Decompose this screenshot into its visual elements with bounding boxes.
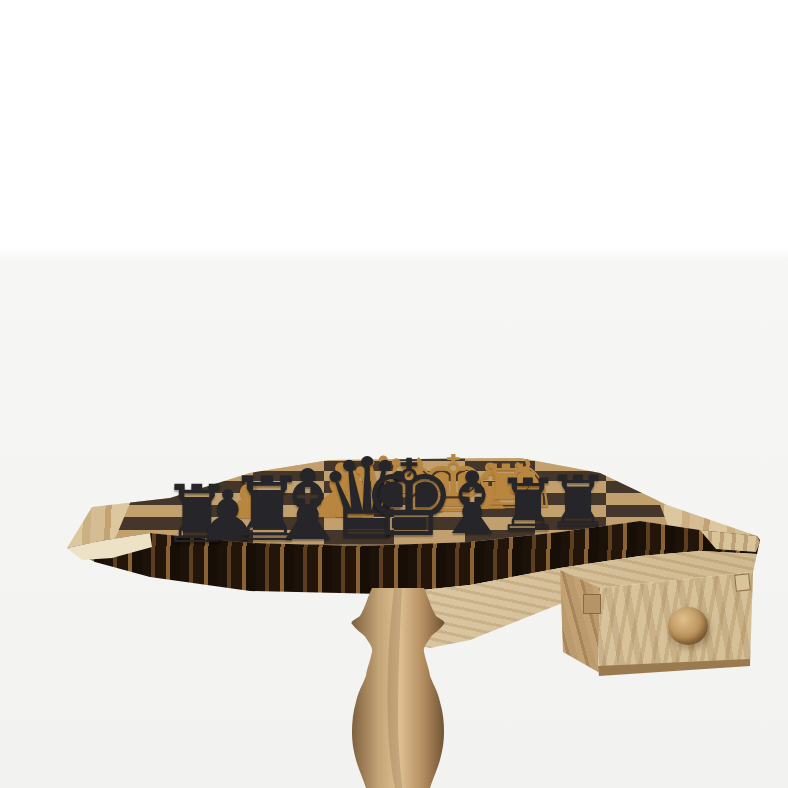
chess-pieces-layer: ♟♟♟♛♞♚♝♜♞♜♟♜♝♛♚♝♜♜ (0, 0, 788, 788)
black-rook: ♜ (546, 466, 611, 538)
product-photo-scene: ♟♟♟♛♞♚♝♜♞♜♟♜♝♛♚♝♜♜ (0, 0, 788, 788)
